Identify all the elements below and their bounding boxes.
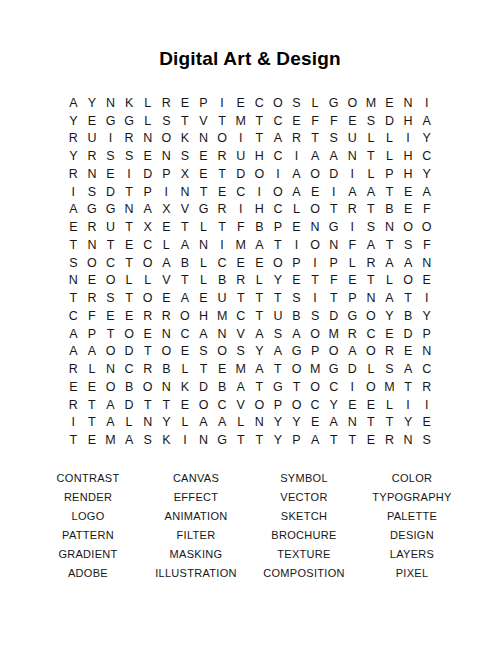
grid-cell-r11c9: B — [213, 272, 232, 290]
grid-cell-r1c18: E — [380, 94, 399, 112]
grid-cell-r3c7: K — [176, 130, 195, 148]
grid-cell-r15c6: O — [157, 343, 176, 361]
word-item-vector: VECTOR — [250, 487, 358, 506]
grid-cell-r18c16: E — [343, 396, 362, 414]
grid-cell-r17c11: T — [250, 378, 269, 396]
grid-cell-r10c13: P — [287, 254, 306, 272]
grid-cell-r11c18: L — [380, 272, 399, 290]
grid-cell-r2c12: C — [269, 112, 288, 130]
grid-cell-r4c16: N — [343, 147, 362, 165]
grid-cell-r3c2: U — [83, 130, 102, 148]
grid-cell-r10c19: A — [399, 254, 418, 272]
grid-cell-r10c14: I — [306, 254, 325, 272]
grid-cell-r10c15: P — [324, 254, 343, 272]
word-item-symbol: SYMBOL — [250, 468, 358, 487]
grid-cell-r18c6: T — [157, 396, 176, 414]
grid-cell-r3c6: O — [157, 130, 176, 148]
grid-cell-r2c4: G — [120, 112, 139, 130]
grid-cell-r9c14: O — [306, 236, 325, 254]
grid-cell-r13c4: E — [120, 307, 139, 325]
grid-cell-r17c4: B — [120, 378, 139, 396]
grid-cell-r15c15: O — [324, 343, 343, 361]
grid-cell-r20c7: I — [176, 431, 195, 449]
grid-cell-r1c6: R — [157, 94, 176, 112]
grid-cell-r9c13: I — [287, 236, 306, 254]
grid-cell-r8c13: E — [287, 218, 306, 236]
grid-cell-r16c10: M — [231, 360, 250, 378]
grid-cell-r14c10: V — [231, 325, 250, 343]
grid-cell-r17c1: E — [64, 378, 83, 396]
grid-cell-r18c5: T — [138, 396, 157, 414]
grid-cell-r4c19: H — [399, 147, 418, 165]
grid-cell-r11c11: L — [250, 272, 269, 290]
grid-cell-r6c8: T — [194, 183, 213, 201]
grid-cell-r6c12: O — [269, 183, 288, 201]
grid-cell-r10c16: L — [343, 254, 362, 272]
word-item-sketch: SKETCH — [250, 506, 358, 525]
grid-cell-r15c4: D — [120, 343, 139, 361]
grid-cell-r8c17: S — [362, 218, 381, 236]
grid-cell-r16c15: G — [324, 360, 343, 378]
grid-cell-r1c13: S — [287, 94, 306, 112]
grid-cell-r3c17: L — [362, 130, 381, 148]
grid-cell-r14c6: N — [157, 325, 176, 343]
grid-cell-r7c19: E — [399, 201, 418, 219]
grid-cell-r3c3: I — [101, 130, 120, 148]
grid-cell-r4c18: L — [380, 147, 399, 165]
grid-cell-r19c7: L — [176, 414, 195, 432]
grid-cell-r20c13: P — [287, 431, 306, 449]
grid-cell-r3c18: L — [380, 130, 399, 148]
grid-cell-r13c20: Y — [417, 307, 436, 325]
grid-cell-r1c2: Y — [83, 94, 102, 112]
grid-cell-r9c4: E — [120, 236, 139, 254]
grid-cell-r8c12: P — [269, 218, 288, 236]
grid-cell-r7c10: I — [231, 201, 250, 219]
grid-cell-r6c1: I — [64, 183, 83, 201]
grid-cell-r6c17: A — [362, 183, 381, 201]
grid-cell-r6c20: A — [417, 183, 436, 201]
grid-cell-r5c7: X — [176, 165, 195, 183]
grid-cell-r1c20: I — [417, 94, 436, 112]
grid-cell-r11c7: T — [176, 272, 195, 290]
word-item-filter: FILTER — [142, 525, 250, 544]
grid-cell-r20c18: R — [380, 431, 399, 449]
grid-cell-r7c13: L — [287, 201, 306, 219]
grid-cell-r14c14: O — [306, 325, 325, 343]
grid-cell-r4c15: A — [324, 147, 343, 165]
grid-cell-r19c1: I — [64, 414, 83, 432]
grid-cell-r7c7: V — [176, 201, 195, 219]
grid-cell-r15c12: A — [269, 343, 288, 361]
grid-cell-r19c16: N — [343, 414, 362, 432]
grid-cell-r2c14: F — [306, 112, 325, 130]
grid-cell-r4c12: C — [269, 147, 288, 165]
grid-cell-r5c8: E — [194, 165, 213, 183]
grid-cell-r14c12: S — [269, 325, 288, 343]
grid-cell-r9c10: M — [231, 236, 250, 254]
grid-cell-r15c11: Y — [250, 343, 269, 361]
grid-cell-r15c20: N — [417, 343, 436, 361]
grid-cell-r7c14: O — [306, 201, 325, 219]
grid-cell-r7c6: X — [157, 201, 176, 219]
grid-cell-r2c2: E — [83, 112, 102, 130]
grid-cell-r12c11: T — [250, 289, 269, 307]
grid-cell-r6c7: N — [176, 183, 195, 201]
grid-cell-r10c3: C — [101, 254, 120, 272]
word-item-brochure: BROCHURE — [250, 525, 358, 544]
grid-cell-r19c5: N — [138, 414, 157, 432]
grid-cell-r4c3: S — [101, 147, 120, 165]
grid-cell-r13c5: R — [138, 307, 157, 325]
grid-cell-r6c6: I — [157, 183, 176, 201]
grid-cell-r8c16: I — [343, 218, 362, 236]
grid-cell-r10c2: O — [83, 254, 102, 272]
grid-cell-r6c18: T — [380, 183, 399, 201]
grid-cell-r4c17: T — [362, 147, 381, 165]
grid-cell-r5c10: D — [231, 165, 250, 183]
grid-cell-r7c16: R — [343, 201, 362, 219]
grid-cell-r4c1: Y — [64, 147, 83, 165]
grid-cell-r8c19: O — [399, 218, 418, 236]
grid-cell-r18c9: C — [213, 396, 232, 414]
grid-cell-r17c18: M — [380, 378, 399, 396]
grid-cell-r17c19: T — [399, 378, 418, 396]
grid-cell-r12c5: O — [138, 289, 157, 307]
grid-cell-r2c6: S — [157, 112, 176, 130]
grid-cell-r9c18: T — [380, 236, 399, 254]
grid-cell-r11c8: L — [194, 272, 213, 290]
grid-cell-r13c13: B — [287, 307, 306, 325]
grid-cell-r14c13: A — [287, 325, 306, 343]
grid-cell-r9c1: T — [64, 236, 83, 254]
grid-cell-r9c3: T — [101, 236, 120, 254]
grid-cell-r8c20: O — [417, 218, 436, 236]
grid-cell-r14c1: A — [64, 325, 83, 343]
grid-cell-r12c6: E — [157, 289, 176, 307]
grid-cell-r3c12: A — [269, 130, 288, 148]
grid-cell-r17c5: O — [138, 378, 157, 396]
grid-cell-r2c7: T — [176, 112, 195, 130]
grid-cell-r8c5: X — [138, 218, 157, 236]
grid-cell-r5c2: N — [83, 165, 102, 183]
grid-cell-r11c13: E — [287, 272, 306, 290]
grid-cell-r11c17: T — [362, 272, 381, 290]
grid-cell-r8c10: F — [231, 218, 250, 236]
grid-cell-r5c1: R — [64, 165, 83, 183]
grid-cell-r18c18: L — [380, 396, 399, 414]
grid-cell-r15c2: A — [83, 343, 102, 361]
grid-cell-r16c9: E — [213, 360, 232, 378]
grid-cell-r12c16: P — [343, 289, 362, 307]
grid-cell-r12c8: E — [194, 289, 213, 307]
grid-cell-r20c2: E — [83, 431, 102, 449]
grid-cell-r16c16: D — [343, 360, 362, 378]
grid-cell-r15c9: O — [213, 343, 232, 361]
grid-cell-r3c1: R — [64, 130, 83, 148]
grid-cell-r18c8: O — [194, 396, 213, 414]
word-list: CONTRASTCANVASSYMBOLCOLORRENDEREFFECTVEC… — [34, 468, 466, 582]
grid-cell-r16c19: A — [399, 360, 418, 378]
grid-cell-r12c7: A — [176, 289, 195, 307]
grid-cell-r11c4: L — [120, 272, 139, 290]
grid-cell-r14c11: A — [250, 325, 269, 343]
grid-cell-r6c2: S — [83, 183, 102, 201]
grid-cell-r1c19: N — [399, 94, 418, 112]
grid-cell-r7c5: A — [138, 201, 157, 219]
grid-cell-r13c7: O — [176, 307, 195, 325]
grid-cell-r1c7: E — [176, 94, 195, 112]
grid-cell-r9c12: T — [269, 236, 288, 254]
grid-cell-r4c20: C — [417, 147, 436, 165]
grid-cell-r2c18: D — [380, 112, 399, 130]
grid-cell-r13c3: E — [101, 307, 120, 325]
grid-cell-r14c9: N — [213, 325, 232, 343]
grid-cell-r7c2: G — [83, 201, 102, 219]
grid-cell-r8c4: T — [120, 218, 139, 236]
grid-cell-r18c14: C — [306, 396, 325, 414]
grid-cell-r2c8: V — [194, 112, 213, 130]
grid-cell-r4c2: R — [83, 147, 102, 165]
grid-cell-r4c6: N — [157, 147, 176, 165]
grid-cell-r12c20: I — [417, 289, 436, 307]
grid-cell-r12c9: U — [213, 289, 232, 307]
word-item-pattern: PATTERN — [34, 525, 142, 544]
grid-cell-r14c19: D — [399, 325, 418, 343]
grid-cell-r5c17: L — [362, 165, 381, 183]
grid-cell-r12c10: T — [231, 289, 250, 307]
grid-cell-r5c19: H — [399, 165, 418, 183]
grid-cell-r2c16: E — [343, 112, 362, 130]
grid-cell-r2c17: S — [362, 112, 381, 130]
grid-cell-r18c1: R — [64, 396, 83, 414]
grid-cell-r10c7: B — [176, 254, 195, 272]
grid-cell-r9c17: A — [362, 236, 381, 254]
grid-cell-r3c11: T — [250, 130, 269, 148]
grid-cell-r5c6: P — [157, 165, 176, 183]
grid-cell-r5c11: O — [250, 165, 269, 183]
grid-cell-r7c20: F — [417, 201, 436, 219]
grid-cell-r11c12: Y — [269, 272, 288, 290]
grid-cell-r1c5: L — [138, 94, 157, 112]
grid-cell-r7c4: N — [120, 201, 139, 219]
grid-cell-r20c10: T — [231, 431, 250, 449]
grid-cell-r15c10: S — [231, 343, 250, 361]
grid-cell-r1c17: M — [362, 94, 381, 112]
grid-cell-r6c15: I — [324, 183, 343, 201]
grid-cell-r16c11: A — [250, 360, 269, 378]
grid-cell-r5c14: O — [306, 165, 325, 183]
grid-cell-r9c20: F — [417, 236, 436, 254]
grid-cell-r13c6: R — [157, 307, 176, 325]
grid-cell-r14c2: P — [83, 325, 102, 343]
grid-cell-r5c5: D — [138, 165, 157, 183]
grid-cell-r3c14: T — [306, 130, 325, 148]
grid-cell-r16c20: C — [417, 360, 436, 378]
grid-cell-r9c2: N — [83, 236, 102, 254]
grid-cell-r13c1: C — [64, 307, 83, 325]
grid-cell-r14c17: C — [362, 325, 381, 343]
grid-cell-r14c16: R — [343, 325, 362, 343]
grid-cell-r18c2: T — [83, 396, 102, 414]
grid-cell-r9c11: A — [250, 236, 269, 254]
grid-cell-r11c3: O — [101, 272, 120, 290]
grid-cell-r11c20: E — [417, 272, 436, 290]
grid-cell-r18c4: D — [120, 396, 139, 414]
grid-cell-r8c11: B — [250, 218, 269, 236]
grid-cell-r10c20: N — [417, 254, 436, 272]
grid-cell-r16c1: R — [64, 360, 83, 378]
word-search-grid: AYNKLREPIECOSLGOMENIYEGGLSTVTMTCEFFESDHA… — [64, 94, 436, 449]
grid-cell-r3c5: N — [138, 130, 157, 148]
grid-cell-r19c4: L — [120, 414, 139, 432]
grid-cell-r3c4: R — [120, 130, 139, 148]
grid-cell-r10c4: T — [120, 254, 139, 272]
word-item-color: COLOR — [358, 468, 466, 487]
grid-cell-r8c9: T — [213, 218, 232, 236]
grid-cell-r20c9: G — [213, 431, 232, 449]
grid-cell-r1c10: E — [231, 94, 250, 112]
grid-cell-r17c17: O — [362, 378, 381, 396]
grid-cell-r19c18: T — [380, 414, 399, 432]
grid-cell-r1c16: O — [343, 94, 362, 112]
grid-cell-r20c1: T — [64, 431, 83, 449]
grid-cell-r16c18: S — [380, 360, 399, 378]
grid-cell-r3c15: S — [324, 130, 343, 148]
grid-cell-r16c14: M — [306, 360, 325, 378]
grid-cell-r5c18: P — [380, 165, 399, 183]
grid-cell-r11c19: O — [399, 272, 418, 290]
grid-cell-r8c3: U — [101, 218, 120, 236]
grid-cell-r9c9: I — [213, 236, 232, 254]
grid-cell-r1c1: A — [64, 94, 83, 112]
grid-cell-r1c4: K — [120, 94, 139, 112]
grid-cell-r20c3: M — [101, 431, 120, 449]
grid-cell-r8c15: G — [324, 218, 343, 236]
grid-cell-r6c14: E — [306, 183, 325, 201]
grid-cell-r12c12: T — [269, 289, 288, 307]
grid-cell-r4c10: U — [231, 147, 250, 165]
grid-cell-r16c7: L — [176, 360, 195, 378]
grid-cell-r12c13: S — [287, 289, 306, 307]
grid-cell-r20c11: T — [250, 431, 269, 449]
grid-cell-r13c10: C — [231, 307, 250, 325]
grid-cell-r17c6: N — [157, 378, 176, 396]
grid-cell-r15c8: S — [194, 343, 213, 361]
grid-cell-r20c4: A — [120, 431, 139, 449]
grid-cell-r16c8: T — [194, 360, 213, 378]
grid-cell-r16c6: B — [157, 360, 176, 378]
grid-cell-r16c13: O — [287, 360, 306, 378]
grid-cell-r12c1: T — [64, 289, 83, 307]
grid-cell-r12c4: T — [120, 289, 139, 307]
grid-cell-r9c5: C — [138, 236, 157, 254]
grid-cell-r19c19: Y — [399, 414, 418, 432]
grid-cell-r4c5: E — [138, 147, 157, 165]
word-item-design: DESIGN — [358, 525, 466, 544]
grid-cell-r9c19: S — [399, 236, 418, 254]
grid-cell-r15c13: G — [287, 343, 306, 361]
grid-cell-r15c18: R — [380, 343, 399, 361]
word-item-gradient: GRADIENT — [34, 544, 142, 563]
grid-cell-r18c10: V — [231, 396, 250, 414]
grid-cell-r6c4: T — [120, 183, 139, 201]
grid-cell-r11c14: T — [306, 272, 325, 290]
grid-cell-r14c15: M — [324, 325, 343, 343]
grid-cell-r17c2: E — [83, 378, 102, 396]
word-item-texture: TEXTURE — [250, 544, 358, 563]
grid-cell-r12c19: T — [399, 289, 418, 307]
grid-cell-r9c7: A — [176, 236, 195, 254]
grid-cell-r10c5: O — [138, 254, 157, 272]
grid-cell-r8c14: N — [306, 218, 325, 236]
grid-cell-r7c12: C — [269, 201, 288, 219]
grid-cell-r8c8: L — [194, 218, 213, 236]
grid-cell-r2c3: G — [101, 112, 120, 130]
grid-cell-r5c12: I — [269, 165, 288, 183]
grid-cell-r12c3: S — [101, 289, 120, 307]
grid-cell-r10c6: A — [157, 254, 176, 272]
grid-cell-r10c10: E — [231, 254, 250, 272]
grid-cell-r2c19: H — [399, 112, 418, 130]
grid-cell-r4c4: S — [120, 147, 139, 165]
grid-cell-r3c10: I — [231, 130, 250, 148]
grid-cell-r5c16: I — [343, 165, 362, 183]
grid-cell-r5c4: I — [120, 165, 139, 183]
grid-cell-r1c9: I — [213, 94, 232, 112]
grid-cell-r8c18: N — [380, 218, 399, 236]
grid-cell-r19c6: Y — [157, 414, 176, 432]
grid-cell-r7c1: A — [64, 201, 83, 219]
grid-cell-r19c9: A — [213, 414, 232, 432]
grid-cell-r10c18: A — [380, 254, 399, 272]
grid-cell-r11c16: E — [343, 272, 362, 290]
grid-cell-r13c11: T — [250, 307, 269, 325]
grid-cell-r20c16: T — [343, 431, 362, 449]
word-item-palette: PALETTE — [358, 506, 466, 525]
grid-cell-r4c8: E — [194, 147, 213, 165]
grid-cell-r6c3: D — [101, 183, 120, 201]
grid-cell-r2c9: T — [213, 112, 232, 130]
grid-cell-r17c7: K — [176, 378, 195, 396]
grid-cell-r5c13: A — [287, 165, 306, 183]
grid-cell-r18c3: A — [101, 396, 120, 414]
grid-cell-r15c16: A — [343, 343, 362, 361]
grid-cell-r12c2: R — [83, 289, 102, 307]
word-item-logo: LOGO — [34, 506, 142, 525]
grid-cell-r10c12: O — [269, 254, 288, 272]
grid-cell-r3c16: U — [343, 130, 362, 148]
grid-cell-r19c15: A — [324, 414, 343, 432]
grid-cell-r6c13: A — [287, 183, 306, 201]
grid-cell-r1c11: C — [250, 94, 269, 112]
grid-cell-r20c6: K — [157, 431, 176, 449]
grid-cell-r2c5: L — [138, 112, 157, 130]
grid-cell-r10c9: C — [213, 254, 232, 272]
grid-cell-r7c8: G — [194, 201, 213, 219]
grid-cell-r13c17: O — [362, 307, 381, 325]
grid-cell-r2c13: E — [287, 112, 306, 130]
grid-cell-r3c8: N — [194, 130, 213, 148]
grid-cell-r19c10: L — [231, 414, 250, 432]
grid-cell-r15c14: P — [306, 343, 325, 361]
grid-cell-r14c5: E — [138, 325, 157, 343]
word-item-render: RENDER — [34, 487, 142, 506]
grid-cell-r20c20: S — [417, 431, 436, 449]
grid-cell-r16c4: C — [120, 360, 139, 378]
grid-cell-r2c11: T — [250, 112, 269, 130]
grid-cell-r13c15: D — [324, 307, 343, 325]
